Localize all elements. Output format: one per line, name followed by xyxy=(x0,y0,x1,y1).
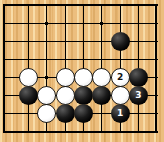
grid-line-vertical-frame xyxy=(155,4,157,133)
black-stone[interactable] xyxy=(74,86,93,105)
go-board[interactable]: 231 xyxy=(0,0,164,142)
white-stone[interactable] xyxy=(56,86,75,105)
black-stone[interactable] xyxy=(92,86,111,105)
grid-line-horizontal xyxy=(3,41,158,42)
white-stone-move-2[interactable]: 2 xyxy=(111,68,130,87)
black-stone[interactable] xyxy=(129,68,148,87)
star-point xyxy=(100,22,103,25)
move-number-label: 1 xyxy=(117,109,123,118)
white-stone[interactable] xyxy=(37,86,56,105)
grid-line-horizontal xyxy=(3,59,158,60)
white-stone[interactable] xyxy=(92,68,111,87)
move-number-label: 2 xyxy=(117,73,123,82)
grid-line-horizontal xyxy=(3,23,158,24)
grid-line-horizontal xyxy=(3,131,158,133)
grid-line-horizontal xyxy=(3,4,158,6)
white-stone[interactable] xyxy=(56,68,75,87)
grid-line-vertical-frame xyxy=(3,4,5,133)
black-stone[interactable] xyxy=(19,86,38,105)
black-stone[interactable] xyxy=(56,104,75,123)
star-point xyxy=(45,76,48,79)
white-stone[interactable] xyxy=(111,86,130,105)
black-stone[interactable] xyxy=(111,32,130,51)
move-number-label: 3 xyxy=(135,91,141,100)
black-stone-move-1[interactable]: 1 xyxy=(111,104,130,123)
star-point xyxy=(45,22,48,25)
white-stone[interactable] xyxy=(37,104,56,123)
white-stone[interactable] xyxy=(74,68,93,87)
black-stone-move-3[interactable]: 3 xyxy=(129,86,148,105)
black-stone[interactable] xyxy=(74,104,93,123)
white-stone[interactable] xyxy=(19,68,38,87)
